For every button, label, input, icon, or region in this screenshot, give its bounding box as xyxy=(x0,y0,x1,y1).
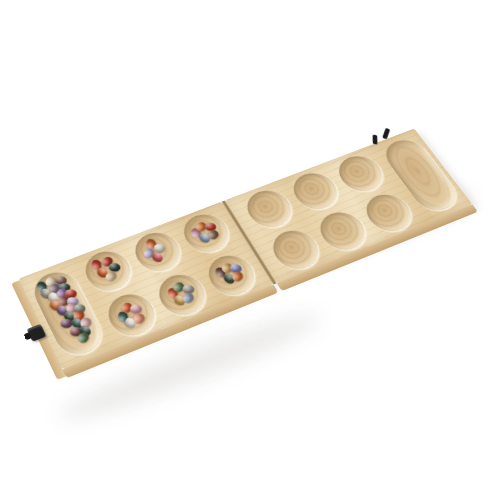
board-right-half xyxy=(225,129,472,284)
gem-stone xyxy=(109,262,121,271)
pit-back-2 xyxy=(128,226,187,276)
pit-back-1 xyxy=(78,245,138,296)
pit-front-4 xyxy=(265,224,326,274)
pit-back-4 xyxy=(240,185,299,233)
pit-back-3 xyxy=(176,208,235,257)
pit-back-5 xyxy=(286,167,345,214)
pit-front-6 xyxy=(358,189,419,237)
gem-stone xyxy=(154,243,166,252)
metal-hook-latch-icon xyxy=(373,135,378,145)
pit-back-6 xyxy=(331,151,390,197)
pit-front-5 xyxy=(312,206,373,255)
product-photo-canvas xyxy=(0,0,500,500)
metal-hook-latch-icon xyxy=(382,128,390,139)
gem-stone xyxy=(130,304,142,313)
